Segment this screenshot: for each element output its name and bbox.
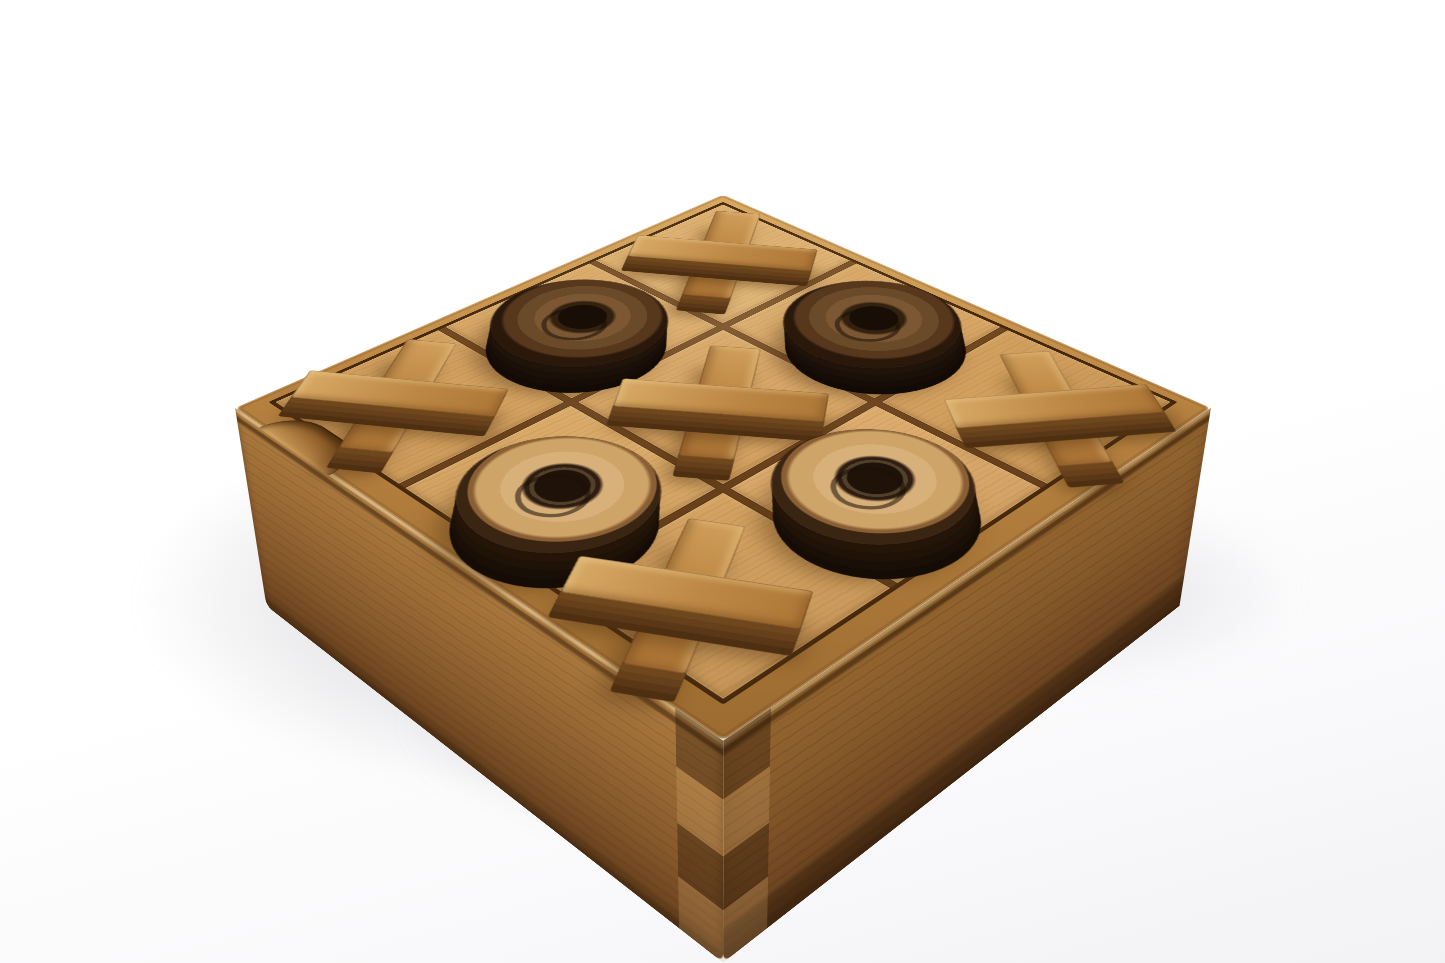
box-corner-joint xyxy=(675,708,723,963)
o-piece[interactable]: ○ xyxy=(415,415,703,580)
cell-r2c1[interactable]: ○ xyxy=(406,406,716,583)
box-corner-joint xyxy=(723,708,771,963)
product-photo-scene: × ○ × ○ × ○ × ○ × xyxy=(0,0,1445,963)
o-piece[interactable]: ○ xyxy=(730,408,1016,571)
tic-tac-toe-box: × ○ × ○ × ○ × ○ × xyxy=(235,195,1211,741)
